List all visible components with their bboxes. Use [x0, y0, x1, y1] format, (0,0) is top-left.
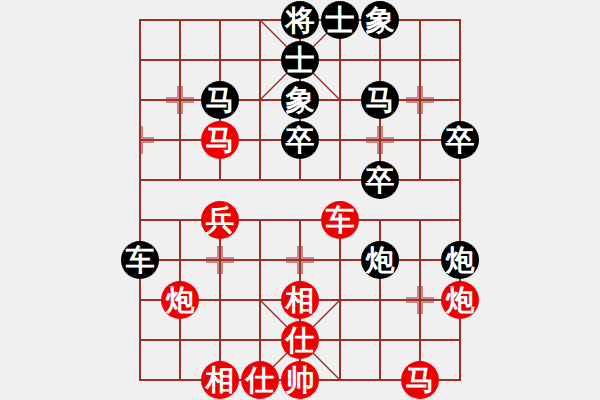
- piece-glyph-red-soldier[interactable]: 兵: [201, 201, 239, 239]
- piece-red-soldier[interactable]: 兵: [200, 200, 240, 240]
- piece-red-chariot[interactable]: 车: [320, 200, 360, 240]
- piece-glyph-black-cannon[interactable]: 炮: [361, 241, 399, 279]
- move-marker-brackets: [286, 246, 314, 274]
- piece-black-soldier[interactable]: 卒: [440, 120, 480, 160]
- piece-black-elephant[interactable]: 象: [280, 80, 320, 120]
- piece-black-advisor[interactable]: 士: [320, 0, 360, 40]
- piece-red-elephant[interactable]: 相: [280, 280, 320, 320]
- xiangqi-app-window: 将士象士马象马卒卒卒车炮炮马兵车炮相炮仕相仕帅马: [0, 0, 600, 400]
- last-move-marker: [200, 240, 240, 280]
- piece-glyph-black-chariot[interactable]: 车: [121, 241, 159, 279]
- xiangqi-board[interactable]: 将士象士马象马卒卒卒车炮炮马兵车炮相炮仕相仕帅马: [120, 0, 480, 400]
- piece-glyph-black-elephant[interactable]: 象: [361, 1, 399, 39]
- move-marker-brackets: [126, 126, 154, 154]
- piece-red-horse[interactable]: 马: [400, 360, 440, 400]
- piece-glyph-black-advisor[interactable]: 士: [321, 1, 359, 39]
- move-marker-brackets: [406, 86, 434, 114]
- piece-glyph-black-advisor[interactable]: 士: [281, 41, 319, 79]
- move-marker-brackets: [166, 86, 194, 114]
- piece-black-soldier[interactable]: 卒: [360, 160, 400, 200]
- last-move-marker: [360, 120, 400, 160]
- piece-glyph-black-horse[interactable]: 马: [201, 81, 239, 119]
- piece-glyph-red-advisor[interactable]: 仕: [281, 321, 319, 359]
- piece-black-horse[interactable]: 马: [360, 80, 400, 120]
- piece-black-cannon[interactable]: 炮: [440, 240, 480, 280]
- piece-red-elephant[interactable]: 相: [200, 360, 240, 400]
- piece-red-advisor[interactable]: 仕: [280, 320, 320, 360]
- piece-glyph-black-soldier[interactable]: 卒: [361, 161, 399, 199]
- piece-glyph-red-horse[interactable]: 马: [401, 361, 439, 399]
- last-move-marker: [280, 240, 320, 280]
- last-move-marker: [400, 280, 440, 320]
- last-move-marker: [160, 80, 200, 120]
- piece-glyph-black-soldier[interactable]: 卒: [281, 121, 319, 159]
- piece-glyph-black-elephant[interactable]: 象: [281, 81, 319, 119]
- piece-glyph-black-soldier[interactable]: 卒: [441, 121, 479, 159]
- piece-glyph-red-general[interactable]: 帅: [281, 361, 319, 399]
- piece-black-horse[interactable]: 马: [200, 80, 240, 120]
- piece-black-advisor[interactable]: 士: [280, 40, 320, 80]
- move-marker-brackets: [366, 126, 394, 154]
- piece-glyph-black-general[interactable]: 将: [281, 1, 319, 39]
- piece-red-general[interactable]: 帅: [280, 360, 320, 400]
- piece-glyph-red-elephant[interactable]: 相: [201, 361, 239, 399]
- piece-glyph-red-elephant[interactable]: 相: [281, 281, 319, 319]
- piece-glyph-red-advisor[interactable]: 仕: [241, 361, 279, 399]
- last-move-marker: [400, 80, 440, 120]
- piece-black-general[interactable]: 将: [280, 0, 320, 40]
- last-move-marker: [120, 120, 160, 160]
- piece-glyph-black-cannon[interactable]: 炮: [441, 241, 479, 279]
- piece-glyph-red-horse[interactable]: 马: [201, 121, 239, 159]
- piece-glyph-red-cannon[interactable]: 炮: [441, 281, 479, 319]
- piece-glyph-black-horse[interactable]: 马: [361, 81, 399, 119]
- piece-red-cannon[interactable]: 炮: [160, 280, 200, 320]
- piece-red-cannon[interactable]: 炮: [440, 280, 480, 320]
- piece-black-elephant[interactable]: 象: [360, 0, 400, 40]
- piece-glyph-red-chariot[interactable]: 车: [321, 201, 359, 239]
- piece-black-chariot[interactable]: 车: [120, 240, 160, 280]
- piece-red-advisor[interactable]: 仕: [240, 360, 280, 400]
- piece-glyph-red-cannon[interactable]: 炮: [161, 281, 199, 319]
- piece-black-soldier[interactable]: 卒: [280, 120, 320, 160]
- piece-red-horse[interactable]: 马: [200, 120, 240, 160]
- piece-black-cannon[interactable]: 炮: [360, 240, 400, 280]
- move-marker-brackets: [406, 286, 434, 314]
- move-marker-brackets: [206, 246, 234, 274]
